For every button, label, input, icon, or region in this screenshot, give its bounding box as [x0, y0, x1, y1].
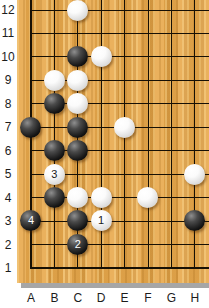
stone-black-C2[interactable]: 2 — [67, 234, 88, 255]
go-board-viewer: 3412 121110987654321 ABCDEFGH — [0, 0, 209, 308]
board-shadow — [21, 283, 209, 288]
column-label-A: A — [22, 290, 40, 306]
column-label-B: B — [45, 290, 63, 306]
stone-black-B8[interactable] — [44, 93, 65, 114]
stone-move-number: 4 — [28, 215, 34, 226]
row-label-5: 5 — [0, 166, 16, 182]
row-label-3: 3 — [0, 213, 16, 229]
stone-black-A3[interactable]: 4 — [20, 210, 41, 231]
stone-white-C8[interactable] — [67, 93, 88, 114]
stone-white-C4[interactable] — [67, 187, 88, 208]
stone-white-H5[interactable] — [184, 164, 205, 185]
row-label-1: 1 — [0, 260, 16, 276]
stone-black-B6[interactable] — [44, 140, 65, 161]
column-label-H: H — [186, 290, 204, 306]
column-label-C: C — [69, 290, 87, 306]
row-label-12: 12 — [0, 2, 16, 18]
stone-black-A7[interactable] — [20, 117, 41, 138]
column-label-F: F — [139, 290, 157, 306]
row-label-9: 9 — [0, 72, 16, 88]
stone-black-C7[interactable] — [67, 117, 88, 138]
column-label-G: G — [162, 290, 180, 306]
row-label-7: 7 — [0, 119, 16, 135]
stone-white-B5[interactable]: 3 — [44, 164, 65, 185]
stone-move-number: 2 — [75, 239, 81, 250]
go-board[interactable]: 3412 — [19, 0, 206, 280]
column-label-D: D — [92, 290, 110, 306]
stone-white-E7[interactable] — [114, 117, 135, 138]
stone-black-C3[interactable] — [67, 210, 88, 231]
stone-white-C9[interactable] — [67, 70, 88, 91]
row-label-11: 11 — [0, 25, 16, 41]
stone-black-C10[interactable] — [67, 46, 88, 67]
row-label-2: 2 — [0, 237, 16, 253]
row-label-8: 8 — [0, 96, 16, 112]
stone-move-number: 3 — [51, 169, 57, 180]
stone-white-D3[interactable]: 1 — [91, 210, 112, 231]
stone-white-D4[interactable] — [91, 187, 112, 208]
stone-white-B9[interactable] — [44, 70, 65, 91]
stone-white-C12[interactable] — [67, 0, 88, 21]
stone-black-C6[interactable] — [67, 140, 88, 161]
row-label-10: 10 — [0, 49, 16, 65]
row-label-4: 4 — [0, 190, 16, 206]
stone-move-number: 1 — [98, 215, 104, 226]
row-label-6: 6 — [0, 143, 16, 159]
stone-white-F4[interactable] — [137, 187, 158, 208]
stone-black-H3[interactable] — [184, 210, 205, 231]
stone-black-B4[interactable] — [44, 187, 65, 208]
stone-white-D10[interactable] — [91, 46, 112, 67]
column-label-E: E — [116, 290, 134, 306]
